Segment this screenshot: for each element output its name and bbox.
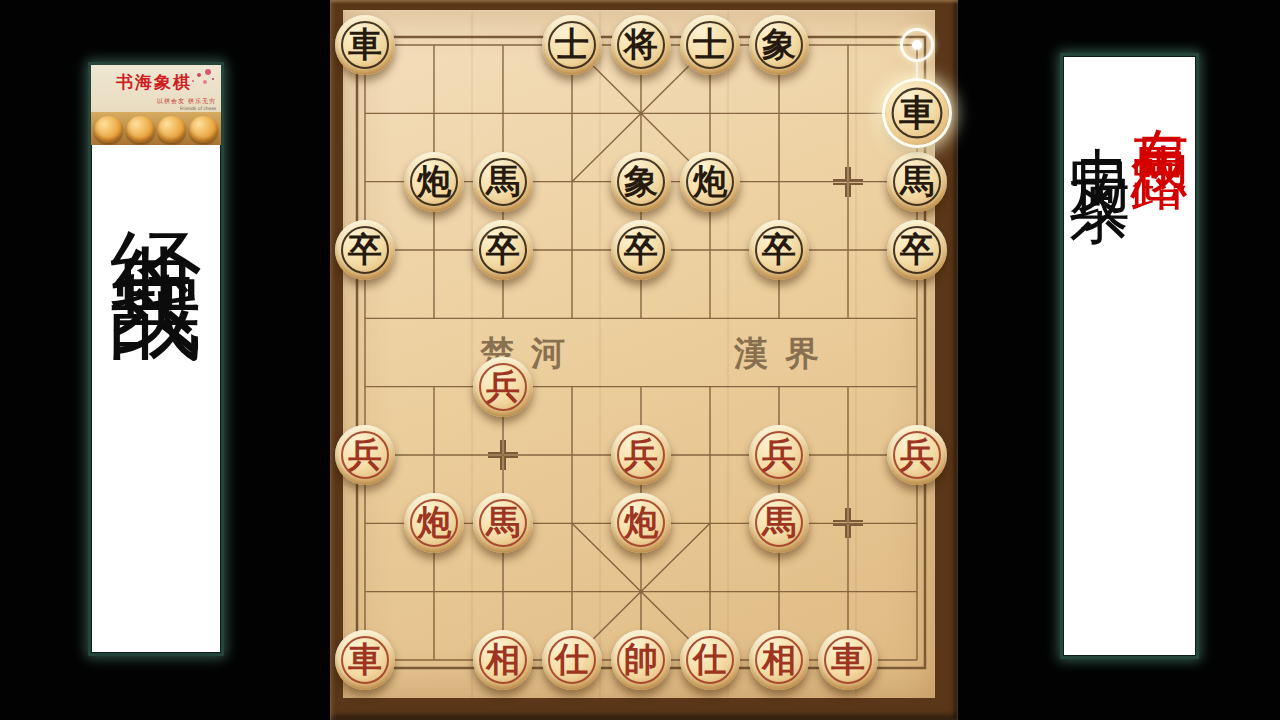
right-caption-red: 布局思路 [1131, 82, 1189, 656]
piece-卒-r3c0[interactable]: 卒 [335, 220, 395, 280]
piece-馬-r2c8[interactable]: 馬 [887, 152, 947, 212]
piece-炮-r7c4[interactable]: 炮 [611, 493, 671, 553]
last-move-trail [916, 62, 918, 83]
piece-車-r0c0[interactable]: 車 [335, 15, 395, 75]
logo-pieces-photo [91, 112, 221, 145]
piece-炮-r2c5[interactable]: 炮 [680, 152, 740, 212]
piece-馬-r7c6[interactable]: 馬 [749, 493, 809, 553]
piece-仕-r9c5[interactable]: 仕 [680, 630, 740, 690]
piece-象-r0c6[interactable]: 象 [749, 15, 809, 75]
piece-兵-r6c4[interactable]: 兵 [611, 425, 671, 485]
left-caption-text: 经典实战 [110, 157, 202, 653]
piece-馬-r7c2[interactable]: 馬 [473, 493, 533, 553]
left-panel: 书海象棋 以棋会友 棋乐无穷 Friends of chess 经典实战 [88, 62, 224, 656]
board-grid [330, 0, 958, 720]
piece-仕-r9c3[interactable]: 仕 [542, 630, 602, 690]
piece-車-r1c8[interactable]: 車 [885, 82, 949, 146]
piece-帥-r9c4[interactable]: 帥 [611, 630, 671, 690]
piece-相-r9c2[interactable]: 相 [473, 630, 533, 690]
piece-兵-r6c6[interactable]: 兵 [749, 425, 809, 485]
piece-兵-r5c2[interactable]: 兵 [473, 357, 533, 417]
piece-将-r0c4[interactable]: 将 [611, 15, 671, 75]
logo-title: 书海象棋 [91, 71, 217, 94]
piece-士-r0c3[interactable]: 士 [542, 15, 602, 75]
piece-兵-r6c0[interactable]: 兵 [335, 425, 395, 485]
piece-卒-r3c4[interactable]: 卒 [611, 220, 671, 280]
star-mark [486, 438, 520, 472]
left-caption: 经典实战 [91, 157, 221, 653]
piece-卒-r3c2[interactable]: 卒 [473, 220, 533, 280]
right-caption-black: 中局攻杀 [1070, 98, 1131, 656]
piece-士-r0c5[interactable]: 士 [680, 15, 740, 75]
piece-炮-r2c1[interactable]: 炮 [404, 152, 464, 212]
piece-車-r9c7[interactable]: 車 [818, 630, 878, 690]
xiangqi-board[interactable]: 楚河 漢界 車士将士象車炮馬象炮馬卒卒卒卒卒兵兵兵兵兵炮馬炮馬車相仕帥仕相車 [330, 0, 958, 720]
app-logo: 书海象棋 以棋会友 棋乐无穷 Friends of chess [91, 65, 221, 145]
piece-車-r9c0[interactable]: 車 [335, 630, 395, 690]
piece-象-r2c4[interactable]: 象 [611, 152, 671, 212]
river-label-right: 漢界 [734, 331, 836, 377]
piece-馬-r2c2[interactable]: 馬 [473, 152, 533, 212]
star-mark [831, 165, 865, 199]
piece-卒-r3c8[interactable]: 卒 [887, 220, 947, 280]
piece-兵-r6c8[interactable]: 兵 [887, 425, 947, 485]
piece-相-r9c6[interactable]: 相 [749, 630, 809, 690]
piece-炮-r7c1[interactable]: 炮 [404, 493, 464, 553]
right-panel: 布局思路 中局攻杀 [1060, 53, 1199, 659]
star-mark [831, 506, 865, 540]
right-caption: 布局思路 中局攻杀 [1070, 56, 1189, 656]
stage: 书海象棋 以棋会友 棋乐无穷 Friends of chess 经典实战 楚河 … [0, 0, 1280, 720]
piece-卒-r3c6[interactable]: 卒 [749, 220, 809, 280]
last-move-origin-marker [900, 28, 934, 62]
logo-caption-en: Friends of chess [180, 105, 216, 110]
